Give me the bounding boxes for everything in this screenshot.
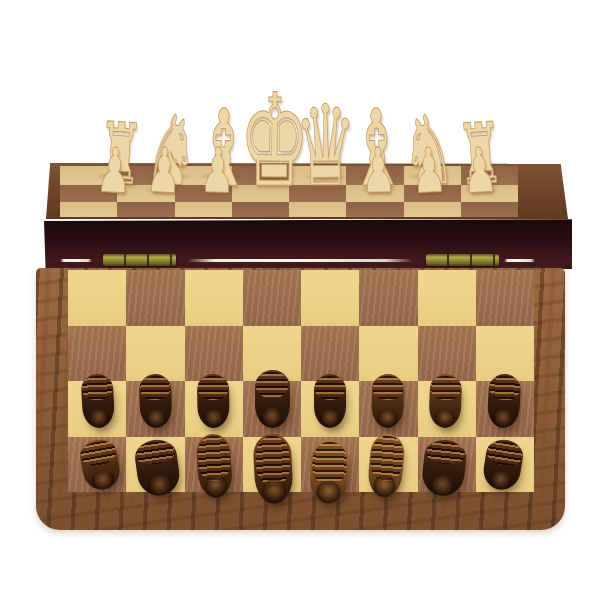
lid-gap-highlight	[60, 259, 92, 262]
white-pawn: ♟	[410, 139, 447, 202]
front-square	[68, 270, 126, 326]
front-square	[476, 270, 534, 326]
piece-base-rings	[256, 372, 288, 399]
front-square	[185, 326, 243, 382]
black-pawn	[428, 373, 462, 428]
piece-base-rings	[431, 375, 461, 401]
piece-base-rings	[311, 441, 347, 486]
piece-tip	[261, 407, 283, 427]
piece-base-rings	[315, 376, 344, 401]
front-square	[126, 326, 184, 382]
black-pawn	[197, 374, 230, 429]
front-square	[126, 270, 184, 326]
black-king	[309, 439, 349, 504]
piece-tip	[262, 478, 288, 503]
piece-base-rings	[82, 375, 113, 401]
front-square	[301, 326, 359, 382]
piece-base-rings	[489, 375, 520, 401]
piece-tip	[145, 474, 174, 497]
piece-tip	[88, 408, 109, 427]
black-pawn	[371, 374, 404, 429]
piece-tip	[493, 408, 514, 427]
lid-gap-highlight	[187, 259, 413, 262]
white-pawn: ♟	[460, 139, 498, 203]
black-pawn	[255, 370, 290, 428]
piece-base-rings	[198, 375, 228, 400]
white-pawn: ♟	[145, 139, 182, 203]
front-square	[418, 326, 476, 382]
chess-box-scene: ♜♞♝♚♛♝♞♜♟♟♟♟♟♟	[0, 0, 600, 600]
brass-hinge	[103, 254, 176, 266]
piece-tip	[203, 408, 224, 427]
piece-tip	[373, 474, 397, 498]
box-front-face	[36, 268, 565, 530]
white-pawn: ♟	[360, 140, 396, 203]
piece-base-rings	[373, 375, 403, 400]
front-square	[185, 270, 243, 326]
front-square	[359, 270, 417, 326]
front-square	[418, 270, 476, 326]
white-pawn: ♟	[95, 139, 133, 203]
front-square	[301, 270, 359, 326]
piece-tip	[320, 409, 341, 427]
front-square	[359, 326, 417, 382]
black-queen	[252, 433, 294, 505]
piece-tip	[377, 408, 398, 427]
piece-tip	[428, 474, 457, 496]
lid-edge	[44, 219, 572, 269]
piece-tip	[434, 408, 455, 427]
black-pawn	[81, 373, 116, 429]
white-pawn: ♟	[199, 140, 235, 203]
piece-tip	[316, 481, 341, 504]
front-square	[476, 326, 534, 382]
front-square	[243, 270, 301, 326]
front-square	[68, 326, 126, 382]
black-pawn	[314, 374, 346, 428]
black-pawn	[139, 373, 173, 428]
brass-hinge	[426, 254, 499, 266]
lid-gap-highlight	[504, 259, 535, 262]
piece-tip	[204, 474, 227, 497]
piece-tip	[146, 408, 167, 427]
piece-base-rings	[140, 375, 170, 401]
